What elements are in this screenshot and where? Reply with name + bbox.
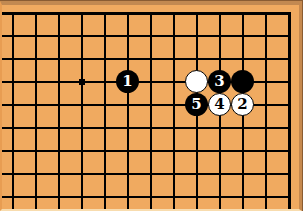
stone-number: 2 — [237, 97, 247, 112]
star-point — [79, 79, 85, 85]
stone-number: 1 — [122, 74, 132, 89]
grid-line-horizontal — [2, 150, 291, 152]
grid-line-vertical — [150, 12, 152, 209]
grid-line-horizontal — [2, 127, 291, 129]
grid-line-horizontal — [2, 173, 291, 175]
grid-line-vertical — [265, 12, 267, 209]
stone-black — [231, 70, 254, 93]
grid-line-horizontal — [2, 196, 291, 198]
grid-line-vertical — [127, 12, 129, 209]
stone-white-2: 2 — [231, 93, 254, 116]
stone-white-4: 4 — [208, 93, 231, 116]
grid-line-vertical — [173, 12, 175, 209]
grid-line-horizontal — [2, 35, 291, 37]
stone-white — [185, 70, 208, 93]
grid-line-vertical — [81, 12, 83, 209]
stone-black-3: 3 — [208, 70, 231, 93]
grid-line-vertical — [58, 12, 60, 209]
go-diagram: 13542 — [0, 0, 303, 211]
grid-line-horizontal — [2, 58, 291, 60]
board-edge-right-line — [288, 12, 291, 209]
stone-black-5: 5 — [185, 93, 208, 116]
stone-number: 5 — [191, 97, 201, 112]
grid-line-vertical — [12, 12, 14, 209]
stone-black-1: 1 — [116, 70, 139, 93]
board-edge-top-line — [2, 12, 291, 15]
stone-number: 4 — [214, 97, 224, 112]
grid-line-vertical — [104, 12, 106, 209]
grid-line-vertical — [35, 12, 37, 209]
stone-number: 3 — [214, 74, 224, 89]
board-overlay: 13542 — [0, 0, 303, 211]
